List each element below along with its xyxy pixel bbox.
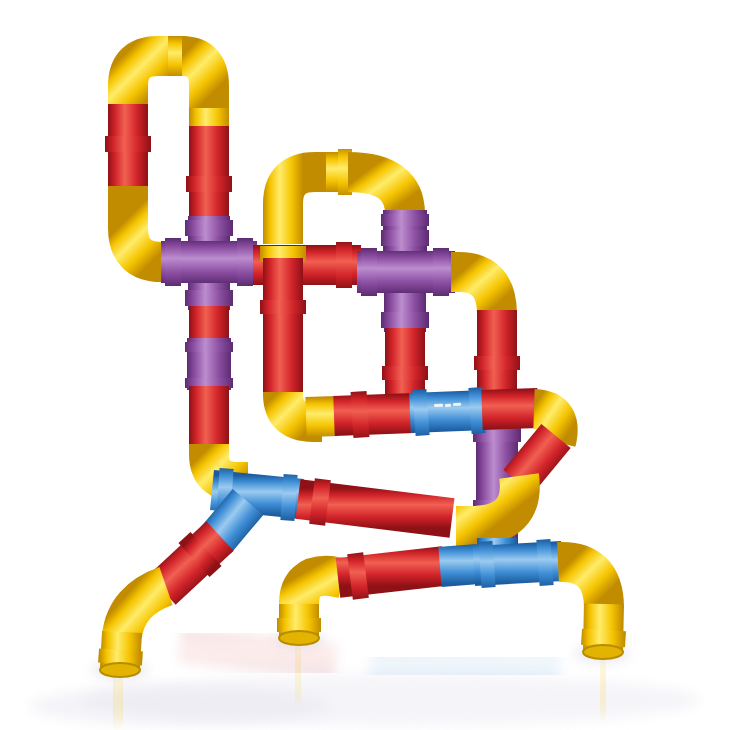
leg-a-foot-end	[100, 663, 140, 677]
toy-photo	[0, 0, 742, 730]
reflection-leg-a	[116, 672, 120, 722]
cross2-right-elbow	[451, 272, 497, 314]
pipe-coupling-band	[120, 650, 121, 664]
pipe-coupling-band	[282, 497, 296, 498]
reflection-bar	[370, 662, 560, 670]
back-loop-elbow-top-right	[182, 56, 209, 112]
shelf-red	[334, 413, 414, 416]
pipe-coupling-band	[218, 491, 232, 492]
tee1-stem	[216, 502, 248, 540]
pipe-coupling-band	[414, 412, 428, 413]
pipe-coupling-band	[603, 630, 604, 646]
pipe-structure-illustration	[0, 0, 742, 730]
printed-mark	[453, 403, 461, 406]
reflection-leg-c	[602, 656, 604, 714]
printed-mark	[434, 404, 443, 407]
leg-c-foot-end	[583, 645, 623, 659]
pipe-coupling-band	[480, 564, 494, 565]
shelf-yellow	[306, 416, 338, 417]
pipe-coupling-band	[350, 575, 366, 577]
pipe-coupling-band	[194, 549, 206, 560]
pipe-coupling-band	[352, 414, 368, 415]
shelf-red-right	[482, 408, 538, 410]
back-loop-elbow-top-left	[128, 56, 172, 108]
leg-c-elbow	[558, 562, 604, 608]
pipe-coupling-band	[470, 410, 484, 411]
front-loop-elbow-top-left	[283, 172, 330, 244]
front-loop-elbow-top-right	[348, 172, 405, 214]
pipe-coupling-band	[312, 501, 328, 503]
leg-b-foot-end	[279, 631, 319, 645]
bottom-bar-blue-left	[440, 564, 478, 567]
leg-b-elbow	[299, 576, 342, 604]
printed-mark	[445, 404, 451, 407]
pipe-coupling-band	[538, 562, 552, 563]
leg-a-elbow	[122, 586, 166, 636]
